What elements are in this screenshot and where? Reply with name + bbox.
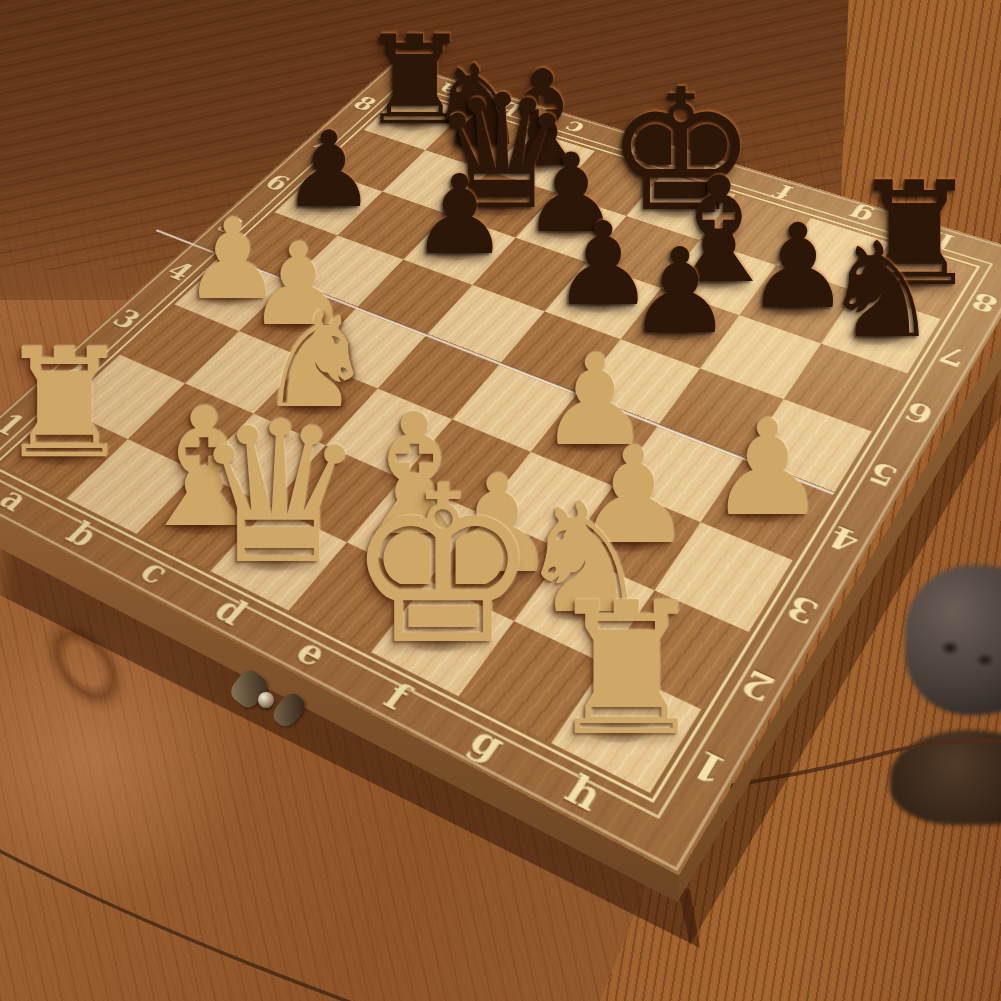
white-queen-d1[interactable]: ♛ xyxy=(191,397,366,592)
black-pawn-c6[interactable]: ♟ xyxy=(411,161,509,271)
clasp-hook-icon xyxy=(269,689,309,730)
black-knight-h7[interactable]: ♞ xyxy=(822,225,940,357)
board-clasp xyxy=(228,664,318,739)
clasp-knob-icon xyxy=(258,692,274,708)
white-rook-a1[interactable]: ♜ xyxy=(0,330,132,481)
white-rook-h1[interactable]: ♜ xyxy=(545,577,709,760)
background-pot-holes xyxy=(930,620,1001,710)
white-pawn-h4[interactable]: ♟ xyxy=(708,402,827,534)
white-king-f1[interactable]: ♚ xyxy=(345,458,540,675)
scene: aabbccddeeffgghh1122334455667788 ♜♝♛♚♜♝♟… xyxy=(0,0,1001,1001)
black-pawn-a6[interactable]: ♟ xyxy=(282,118,376,223)
